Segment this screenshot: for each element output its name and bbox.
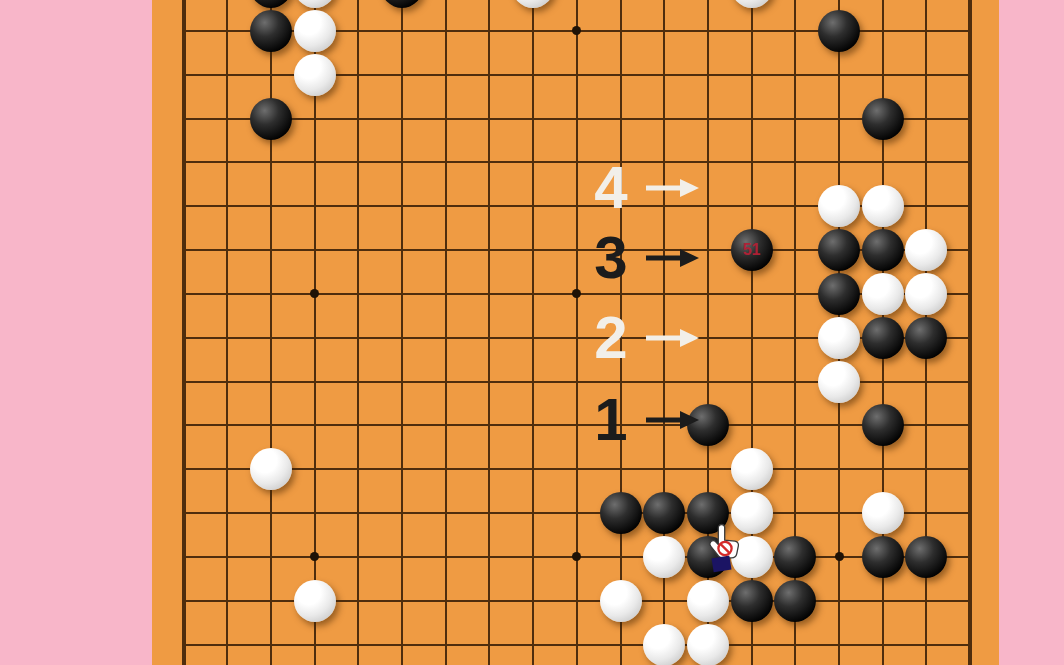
- grid-line-horizontal-7: [182, 161, 973, 163]
- grid-line-vertical-8: [488, 0, 490, 665]
- stone-white-c12r16[interactable]: [643, 536, 685, 578]
- stone-white-c3r14[interactable]: [250, 448, 292, 490]
- stone-black-c18r11[interactable]: [905, 317, 947, 359]
- stone-white-c4r5[interactable]: [294, 54, 336, 96]
- stone-white-c17r15[interactable]: [862, 492, 904, 534]
- stone-white-c14r3[interactable]: [731, 0, 773, 8]
- stone-black-c15r17[interactable]: [774, 580, 816, 622]
- go-board[interactable]: 514321: [152, 0, 999, 665]
- stone-black-c17r11[interactable]: [862, 317, 904, 359]
- stone-white-c17r10[interactable]: [862, 273, 904, 315]
- grid-line-horizontal-15: [182, 512, 973, 514]
- last-move-number: 51: [731, 229, 773, 271]
- stone-black-c17r13[interactable]: [862, 404, 904, 446]
- stone-white-c16r12[interactable]: [818, 361, 860, 403]
- stone-black-c14r17[interactable]: [731, 580, 773, 622]
- stone-black-c11r15[interactable]: [600, 492, 642, 534]
- stone-black-c17r6[interactable]: [862, 98, 904, 140]
- right-arrow-icon: [644, 178, 700, 198]
- star-point-4-10: [310, 289, 319, 298]
- stone-black-c3r4[interactable]: [250, 10, 292, 52]
- grid-line-vertical-10: [576, 0, 578, 665]
- stone-black-c17r16[interactable]: [862, 536, 904, 578]
- stone-black-c16r4[interactable]: [818, 10, 860, 52]
- stone-white-c11r17[interactable]: [600, 580, 642, 622]
- stone-black-c18r16[interactable]: [905, 536, 947, 578]
- move-arrow-1: 1: [584, 388, 700, 452]
- cursor-hand-blocked-icon: [704, 523, 742, 575]
- app-screen: 514321: [0, 0, 1064, 665]
- move-arrow-number-1: 1: [584, 390, 638, 450]
- stone-black-c16r10[interactable]: [818, 273, 860, 315]
- move-arrow-number-3: 3: [584, 228, 638, 288]
- stone-black-c3r6[interactable]: [250, 98, 292, 140]
- grid-line-horizontal-6: [182, 118, 973, 120]
- move-arrow-number-4: 4: [584, 158, 638, 218]
- grid-line-horizontal-18: [182, 644, 973, 646]
- stone-black-c12r15[interactable]: [643, 492, 685, 534]
- stone-white-c17r8[interactable]: [862, 185, 904, 227]
- stone-white-c13r18[interactable]: [687, 624, 729, 665]
- grid-line-vertical-7: [445, 0, 447, 665]
- star-point-16-16: [835, 552, 844, 561]
- grid-line-vertical-4: [314, 0, 316, 665]
- move-arrow-3: 3: [584, 226, 700, 290]
- grid-line-horizontal-13: [182, 424, 973, 426]
- right-arrow-icon: [644, 410, 700, 430]
- move-arrow-2: 2: [584, 306, 700, 370]
- stone-white-c4r17[interactable]: [294, 580, 336, 622]
- stone-white-c14r14[interactable]: [731, 448, 773, 490]
- stone-white-c9r3[interactable]: [512, 0, 554, 8]
- stone-black-c17r9[interactable]: [862, 229, 904, 271]
- stone-white-c12r18[interactable]: [643, 624, 685, 665]
- stone-black-c14r9[interactable]: 51: [731, 229, 773, 271]
- grid-line-vertical-6: [401, 0, 403, 665]
- stone-white-c18r9[interactable]: [905, 229, 947, 271]
- grid-line-vertical-9: [532, 0, 534, 665]
- stone-black-c16r9[interactable]: [818, 229, 860, 271]
- grid-line-vertical-2: [226, 0, 228, 665]
- move-arrow-4: 4: [584, 156, 700, 220]
- stone-white-c16r11[interactable]: [818, 317, 860, 359]
- stone-black-c15r16[interactable]: [774, 536, 816, 578]
- right-arrow-icon: [644, 328, 700, 348]
- stone-white-c4r4[interactable]: [294, 10, 336, 52]
- grid-line-horizontal-14: [182, 468, 973, 470]
- move-arrow-number-2: 2: [584, 308, 638, 368]
- grid-line-vertical-1: [182, 0, 186, 665]
- stone-black-c3r3[interactable]: [250, 0, 292, 8]
- grid-line-vertical-19: [968, 0, 972, 665]
- star-point-10-4: [572, 26, 581, 35]
- grid-line-vertical-5: [357, 0, 359, 665]
- right-arrow-icon: [644, 248, 700, 268]
- stone-white-c18r10[interactable]: [905, 273, 947, 315]
- stone-white-c16r8[interactable]: [818, 185, 860, 227]
- stone-white-c13r17[interactable]: [687, 580, 729, 622]
- star-point-10-16: [572, 552, 581, 561]
- star-point-10-10: [572, 289, 581, 298]
- star-point-4-16: [310, 552, 319, 561]
- stone-white-c4r3[interactable]: [294, 0, 336, 8]
- stone-black-c6r3[interactable]: [381, 0, 423, 8]
